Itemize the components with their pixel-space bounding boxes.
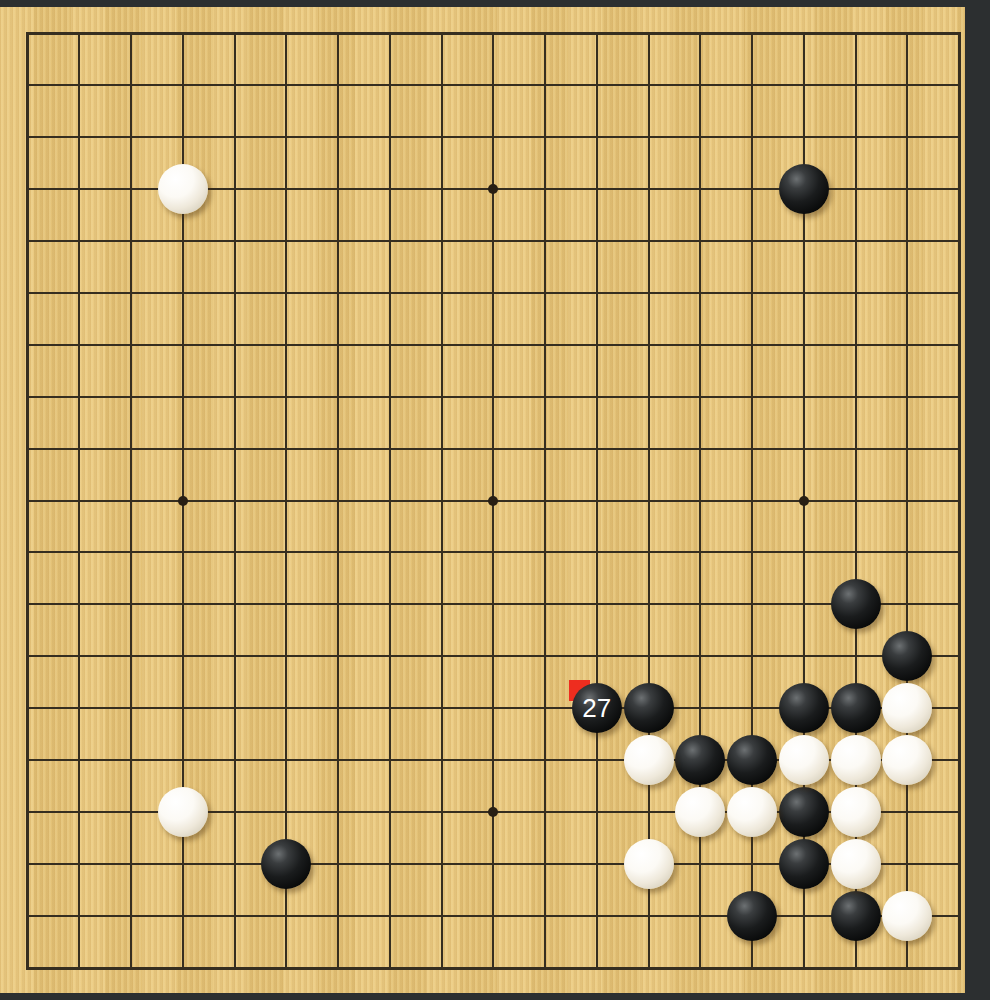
white-stone: [675, 787, 725, 837]
grid-line-horizontal: [26, 655, 961, 657]
grid-line-horizontal: [26, 915, 961, 917]
black-stone: [831, 891, 881, 941]
go-app-window: 27: [0, 0, 990, 1000]
grid-line-vertical: [906, 32, 908, 970]
white-stone: [158, 164, 208, 214]
move-number-label: 27: [582, 695, 611, 721]
white-stone: [882, 735, 932, 785]
black-stone: [261, 839, 311, 889]
black-stone: [779, 164, 829, 214]
black-stone: [727, 735, 777, 785]
white-stone: [158, 787, 208, 837]
white-stone: [882, 683, 932, 733]
black-stone: [675, 735, 725, 785]
grid-line-vertical: [958, 32, 961, 970]
grid-line-horizontal: [26, 967, 961, 970]
white-stone: [727, 787, 777, 837]
star-point: [488, 496, 498, 506]
grid-line-vertical: [544, 32, 546, 970]
grid-line-horizontal: [26, 603, 961, 605]
black-stone: [779, 787, 829, 837]
grid-line-vertical: [648, 32, 650, 970]
black-stone: [882, 631, 932, 681]
grid-line-horizontal: [26, 551, 961, 553]
white-stone: [624, 839, 674, 889]
black-stone: 27: [572, 683, 622, 733]
black-stone: [624, 683, 674, 733]
white-stone: [831, 735, 881, 785]
white-stone: [624, 735, 674, 785]
black-stone: [831, 579, 881, 629]
black-stone: [727, 891, 777, 941]
white-stone: [882, 891, 932, 941]
white-stone: [831, 787, 881, 837]
star-point: [488, 184, 498, 194]
black-stone: [779, 839, 829, 889]
white-stone: [831, 839, 881, 889]
star-point: [178, 496, 188, 506]
black-stone: [831, 683, 881, 733]
go-board[interactable]: 27: [0, 0, 990, 1000]
black-stone: [779, 683, 829, 733]
grid-line-vertical: [596, 32, 598, 970]
white-stone: [779, 735, 829, 785]
star-point: [488, 807, 498, 817]
star-point: [799, 496, 809, 506]
